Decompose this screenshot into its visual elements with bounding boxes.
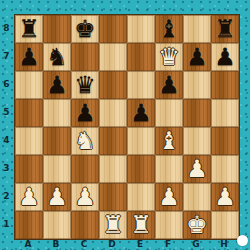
piece-wK: ♚: [186, 211, 208, 239]
square-d6[interactable]: [99, 71, 127, 99]
square-d4[interactable]: [99, 127, 127, 155]
square-d1[interactable]: ♜: [99, 211, 127, 239]
rank-label-1: 1: [0, 210, 13, 238]
square-g1[interactable]: ♚: [183, 211, 211, 239]
square-e2[interactable]: [127, 183, 155, 211]
piece-wQ: ♛: [158, 43, 180, 71]
file-label-d: D: [98, 238, 126, 250]
square-b4[interactable]: [43, 127, 71, 155]
square-f8[interactable]: ♝: [155, 15, 183, 43]
square-c4[interactable]: ♞: [71, 127, 99, 155]
square-d7[interactable]: [99, 43, 127, 71]
square-a7[interactable]: ♟: [15, 43, 43, 71]
file-label-g: G: [182, 238, 210, 250]
square-c5[interactable]: ♟: [71, 99, 99, 127]
piece-bP: ♟: [74, 99, 96, 127]
square-h1[interactable]: [211, 211, 239, 239]
square-h5[interactable]: [211, 99, 239, 127]
piece-bN: ♞: [46, 43, 68, 71]
square-g4[interactable]: [183, 127, 211, 155]
square-h7[interactable]: ♟: [211, 43, 239, 71]
rank-label-5: 5: [0, 98, 13, 126]
rank-label-7: 7: [0, 42, 13, 70]
piece-wP: ♟: [74, 183, 96, 211]
square-e4[interactable]: [127, 127, 155, 155]
rank-label-3: 3: [0, 154, 13, 182]
square-a5[interactable]: [15, 99, 43, 127]
square-f5[interactable]: [155, 99, 183, 127]
square-c6[interactable]: ♛: [71, 71, 99, 99]
piece-wR: ♜: [130, 211, 152, 239]
square-b3[interactable]: [43, 155, 71, 183]
piece-wP: ♟: [158, 183, 180, 211]
square-d8[interactable]: [99, 15, 127, 43]
square-f4[interactable]: ♝: [155, 127, 183, 155]
square-e8[interactable]: [127, 15, 155, 43]
square-c1[interactable]: [71, 211, 99, 239]
square-a3[interactable]: [15, 155, 43, 183]
file-labels: ABCDEFGH: [14, 238, 238, 250]
square-b8[interactable]: [43, 15, 71, 43]
piece-wR: ♜: [102, 211, 124, 239]
piece-wN: ♞: [74, 127, 96, 155]
file-label-b: B: [42, 238, 70, 250]
square-d3[interactable]: [99, 155, 127, 183]
square-b2[interactable]: ♟: [43, 183, 71, 211]
piece-wP: ♟: [186, 155, 208, 183]
square-f7[interactable]: ♛: [155, 43, 183, 71]
piece-wP: ♟: [18, 183, 40, 211]
piece-bP: ♟: [186, 43, 208, 71]
piece-wP: ♟: [46, 183, 68, 211]
piece-bP: ♟: [130, 99, 152, 127]
piece-bR: ♜: [214, 15, 236, 43]
square-g6[interactable]: [183, 71, 211, 99]
piece-bP: ♟: [46, 71, 68, 99]
square-g3[interactable]: ♟: [183, 155, 211, 183]
square-c3[interactable]: [71, 155, 99, 183]
rank-label-8: 8: [0, 14, 13, 42]
square-h3[interactable]: [211, 155, 239, 183]
square-c8[interactable]: ♚: [71, 15, 99, 43]
piece-bB: ♝: [158, 15, 180, 43]
square-h8[interactable]: ♜: [211, 15, 239, 43]
square-a2[interactable]: ♟: [15, 183, 43, 211]
square-b5[interactable]: [43, 99, 71, 127]
square-f6[interactable]: ♟: [155, 71, 183, 99]
square-b6[interactable]: ♟: [43, 71, 71, 99]
rank-label-2: 2: [0, 182, 13, 210]
rank-labels: 87654321: [0, 14, 14, 238]
square-b1[interactable]: [43, 211, 71, 239]
square-e6[interactable]: [127, 71, 155, 99]
square-f3[interactable]: [155, 155, 183, 183]
square-g5[interactable]: [183, 99, 211, 127]
square-b7[interactable]: ♞: [43, 43, 71, 71]
file-label-e: E: [126, 238, 154, 250]
file-label-f: F: [154, 238, 182, 250]
file-label-c: C: [70, 238, 98, 250]
piece-bP: ♟: [18, 43, 40, 71]
square-g7[interactable]: ♟: [183, 43, 211, 71]
piece-wP: ♟: [214, 183, 236, 211]
square-a4[interactable]: [15, 127, 43, 155]
square-f1[interactable]: [155, 211, 183, 239]
square-a8[interactable]: ♜: [15, 15, 43, 43]
side-to-move-indicator: [237, 235, 248, 246]
square-a6[interactable]: [15, 71, 43, 99]
piece-bP: ♟: [214, 43, 236, 71]
square-c7[interactable]: [71, 43, 99, 71]
piece-bP: ♟: [158, 71, 180, 99]
file-label-h: H: [210, 238, 238, 250]
piece-bK: ♚: [74, 15, 96, 43]
square-f2[interactable]: ♟: [155, 183, 183, 211]
square-g2[interactable]: [183, 183, 211, 211]
piece-bR: ♜: [18, 15, 40, 43]
rank-label-4: 4: [0, 126, 13, 154]
file-label-a: A: [14, 238, 42, 250]
square-h2[interactable]: ♟: [211, 183, 239, 211]
piece-bQ: ♛: [74, 71, 96, 99]
square-c2[interactable]: ♟: [71, 183, 99, 211]
rank-label-6: 6: [0, 70, 13, 98]
piece-wB: ♝: [158, 127, 180, 155]
square-g8[interactable]: [183, 15, 211, 43]
square-e5[interactable]: ♟: [127, 99, 155, 127]
square-h4[interactable]: [211, 127, 239, 155]
square-d5[interactable]: [99, 99, 127, 127]
square-e3[interactable]: [127, 155, 155, 183]
square-a1[interactable]: [15, 211, 43, 239]
chess-app-window: 87654321 ♜♚♝♜♟♞♛♟♟♟♛♟♟♟♞♝♟♟♟♟♟♟♜♜♚ ABCDE…: [0, 0, 250, 250]
square-h6[interactable]: [211, 71, 239, 99]
square-e1[interactable]: ♜: [127, 211, 155, 239]
square-d2[interactable]: [99, 183, 127, 211]
square-e7[interactable]: [127, 43, 155, 71]
chess-board[interactable]: ♜♚♝♜♟♞♛♟♟♟♛♟♟♟♞♝♟♟♟♟♟♟♜♜♚: [14, 14, 240, 240]
